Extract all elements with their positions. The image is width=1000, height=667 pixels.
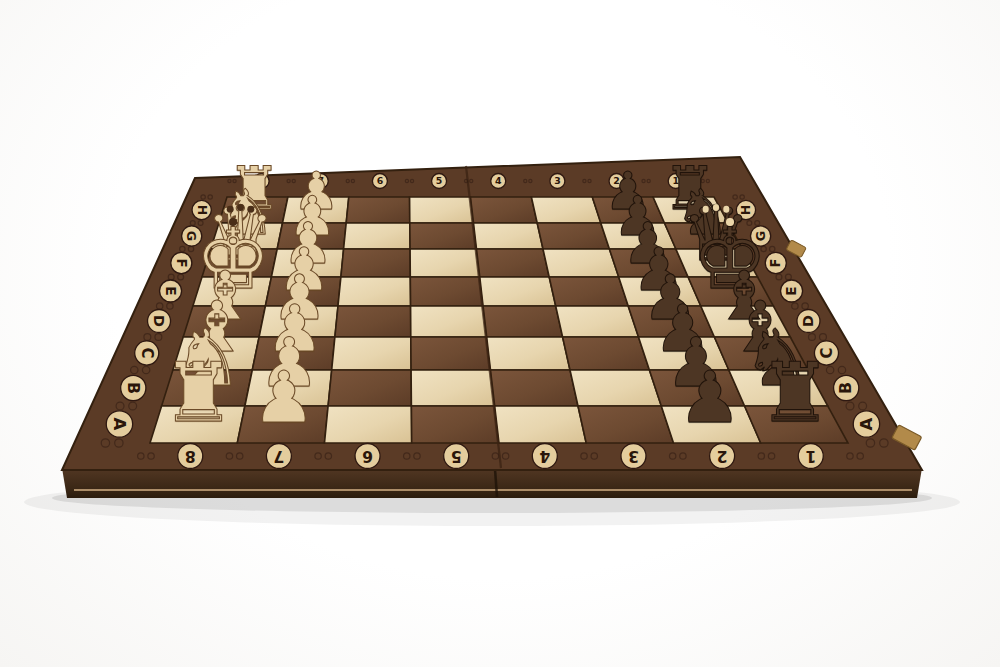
square-h2 [592, 197, 664, 223]
square-e4 [480, 277, 556, 306]
square-g4 [474, 223, 544, 249]
square-d5 [411, 306, 487, 337]
square-c4 [487, 337, 570, 370]
square-e1 [688, 277, 773, 306]
square-f1 [676, 249, 758, 277]
coord-right-H: H [739, 205, 753, 215]
square-f7 [271, 249, 343, 277]
square-g2 [601, 223, 676, 249]
coord-near-8: 8 [185, 447, 196, 465]
square-e2 [619, 277, 701, 306]
square-d3 [556, 306, 639, 337]
square-f4 [477, 249, 550, 277]
coord-right-E: E [783, 286, 799, 295]
coord-far-7: 7 [317, 175, 324, 186]
square-e5 [410, 277, 483, 306]
square-c8 [173, 337, 259, 370]
square-a5 [411, 406, 499, 443]
square-b5 [411, 370, 495, 406]
coord-right-C: C [818, 347, 836, 358]
square-g3 [537, 223, 609, 249]
square-h3 [531, 197, 600, 223]
coord-far-6: 6 [377, 175, 384, 186]
coord-near-6: 6 [362, 447, 373, 465]
square-f8 [202, 249, 277, 277]
coord-left-C: C [138, 347, 156, 358]
square-h8 [219, 197, 288, 223]
coord-far-8: 8 [258, 175, 265, 186]
square-c2 [639, 337, 729, 370]
square-c7 [252, 337, 335, 370]
coord-right-B: B [836, 382, 855, 394]
square-g7 [277, 223, 346, 249]
square-d4 [483, 306, 562, 337]
coord-near-3: 3 [628, 447, 639, 465]
square-a3 [578, 406, 674, 443]
coord-right-G: G [753, 231, 768, 241]
coord-near-4: 4 [539, 447, 550, 465]
square-a2 [661, 406, 760, 443]
square-e6 [338, 277, 411, 306]
square-b7 [245, 370, 332, 406]
square-b6 [328, 370, 411, 406]
coord-near-1: 1 [805, 447, 816, 465]
square-f2 [609, 249, 688, 277]
square-c5 [411, 337, 491, 370]
coord-left-E: E [163, 286, 179, 295]
coord-near-2: 2 [717, 447, 728, 465]
square-g6 [344, 223, 411, 249]
square-e3 [549, 277, 628, 306]
chess-board: HHGGFFEEDDCCBBAA8877665544332211 [0, 0, 1000, 667]
square-d8 [183, 306, 265, 337]
square-h1 [653, 197, 728, 223]
square-a7 [237, 406, 328, 443]
coord-left-B: B [124, 382, 143, 394]
chess-set-photo: HHGGFFEEDDCCBBAA8877665544332211 ♜♟♟♜♞♟♟… [0, 0, 1000, 667]
coord-far-5: 5 [436, 175, 443, 186]
square-b8 [162, 370, 253, 406]
square-h6 [346, 197, 410, 223]
coord-near-5: 5 [451, 447, 462, 465]
coord-left-F: F [174, 259, 189, 268]
coord-right-A: A [857, 417, 876, 430]
square-g8 [211, 223, 283, 249]
square-f6 [341, 249, 410, 277]
square-e7 [265, 277, 341, 306]
coord-left-D: D [151, 315, 167, 327]
square-f3 [543, 249, 619, 277]
square-b4 [491, 370, 579, 406]
square-f5 [410, 249, 480, 277]
square-h4 [471, 197, 538, 223]
square-d2 [628, 306, 714, 337]
square-d6 [335, 306, 411, 337]
square-d7 [259, 306, 338, 337]
coord-far-1: 1 [672, 175, 679, 186]
square-a6 [325, 406, 412, 443]
square-g1 [665, 223, 743, 249]
coord-far-3: 3 [554, 175, 561, 186]
square-a8 [150, 406, 245, 443]
coord-left-H: H [195, 205, 209, 215]
square-g5 [410, 223, 477, 249]
board-front-face [62, 468, 922, 498]
coord-near-7: 7 [273, 447, 284, 465]
square-e8 [193, 277, 272, 306]
square-c6 [332, 337, 411, 370]
square-h7 [283, 197, 349, 223]
square-c3 [563, 337, 650, 370]
coord-left-A: A [110, 418, 129, 431]
square-b3 [570, 370, 661, 406]
square-h5 [410, 197, 474, 223]
square-a4 [495, 406, 587, 443]
coord-far-4: 4 [495, 175, 502, 186]
coord-far-2: 2 [613, 175, 620, 186]
coord-left-G: G [184, 231, 199, 241]
coord-right-F: F [768, 259, 783, 268]
coord-right-D: D [800, 315, 816, 327]
